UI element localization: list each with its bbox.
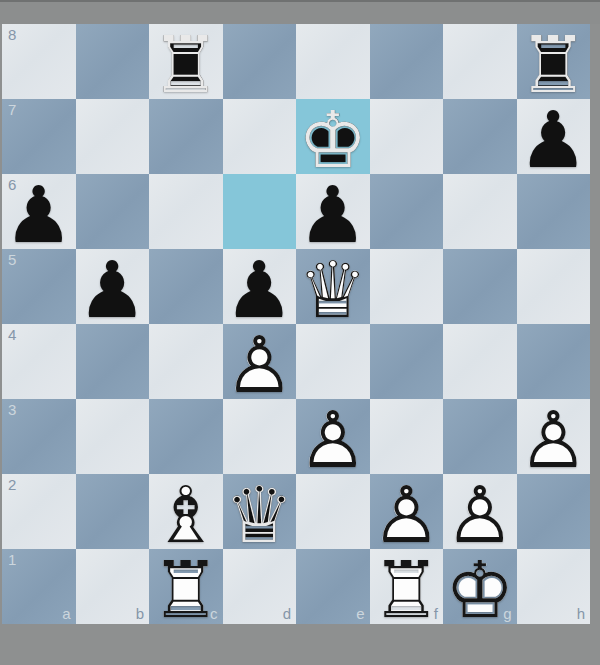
chess-board: 8♜♖♜♖7♚♔♟6♟♟5♟♟♛♕4♟♙3♟♙♟♙2♝♗♛♕♟♙♟♙1abc♜♖…	[2, 24, 590, 624]
white-king-glyph: ♚	[445, 551, 515, 629]
square-b8[interactable]	[76, 24, 150, 99]
white-pawn[interactable]: ♟♙	[370, 474, 444, 549]
square-h8[interactable]: ♜♖	[517, 24, 591, 99]
square-b1[interactable]: b	[76, 549, 150, 624]
white-pawn-detail-glyph: ♙	[445, 476, 515, 554]
black-pawn-glyph: ♟	[4, 176, 74, 254]
square-g6[interactable]	[443, 174, 517, 249]
black-rook-detail-glyph: ♖	[151, 26, 221, 104]
square-b3[interactable]	[76, 399, 150, 474]
square-a6[interactable]: 6♟	[2, 174, 76, 249]
black-king-glyph: ♚	[298, 101, 368, 179]
square-e3[interactable]: ♟♙	[296, 399, 370, 474]
white-rook-glyph: ♜	[371, 551, 441, 629]
square-d4[interactable]: ♟♙	[223, 324, 297, 399]
black-rook[interactable]: ♜♖	[517, 24, 591, 99]
square-f6[interactable]	[370, 174, 444, 249]
square-c8[interactable]: ♜♖	[149, 24, 223, 99]
square-g1[interactable]: g♚♔	[443, 549, 517, 624]
rank-label-3: 3	[8, 402, 16, 417]
square-h5[interactable]	[517, 249, 591, 324]
black-pawn[interactable]: ♟	[2, 174, 76, 249]
square-e4[interactable]	[296, 324, 370, 399]
square-h2[interactable]	[517, 474, 591, 549]
square-a2[interactable]: 2	[2, 474, 76, 549]
black-rook[interactable]: ♜♖	[149, 24, 223, 99]
black-rook-glyph: ♜	[518, 26, 588, 104]
rank-label-2: 2	[8, 477, 16, 492]
black-pawn-glyph: ♟	[77, 251, 147, 329]
rank-label-7: 7	[8, 102, 16, 117]
square-g8[interactable]	[443, 24, 517, 99]
black-pawn[interactable]: ♟	[223, 249, 297, 324]
square-h6[interactable]	[517, 174, 591, 249]
square-g2[interactable]: ♟♙	[443, 474, 517, 549]
square-f5[interactable]	[370, 249, 444, 324]
white-pawn[interactable]: ♟♙	[517, 399, 591, 474]
white-rook[interactable]: ♜♖	[370, 549, 444, 624]
square-e5[interactable]: ♛♕	[296, 249, 370, 324]
square-e2[interactable]	[296, 474, 370, 549]
square-g4[interactable]	[443, 324, 517, 399]
square-c1[interactable]: c♜♖	[149, 549, 223, 624]
file-label-h: h	[577, 606, 585, 621]
square-f7[interactable]	[370, 99, 444, 174]
rank-label-8: 8	[8, 27, 16, 42]
square-h1[interactable]: h	[517, 549, 591, 624]
black-queen-detail-glyph: ♕	[224, 476, 294, 554]
square-b2[interactable]	[76, 474, 150, 549]
square-d6[interactable]	[223, 174, 297, 249]
white-rook-detail-glyph: ♖	[151, 551, 221, 629]
black-pawn[interactable]: ♟	[517, 99, 591, 174]
square-a4[interactable]: 4	[2, 324, 76, 399]
square-f3[interactable]	[370, 399, 444, 474]
square-a3[interactable]: 3	[2, 399, 76, 474]
white-pawn[interactable]: ♟♙	[223, 324, 297, 399]
square-d3[interactable]	[223, 399, 297, 474]
rank-label-4: 4	[8, 327, 16, 342]
white-pawn-glyph: ♟	[298, 401, 368, 479]
white-bishop-detail-glyph: ♗	[151, 476, 221, 554]
white-rook[interactable]: ♜♖	[149, 549, 223, 624]
black-pawn[interactable]: ♟	[76, 249, 150, 324]
white-pawn-glyph: ♟	[224, 326, 294, 404]
square-h7[interactable]: ♟	[517, 99, 591, 174]
black-rook-detail-glyph: ♖	[518, 26, 588, 104]
file-label-e: e	[356, 606, 364, 621]
rank-label-5: 5	[8, 252, 16, 267]
square-b4[interactable]	[76, 324, 150, 399]
white-king-detail-glyph: ♔	[445, 551, 515, 629]
square-d8[interactable]	[223, 24, 297, 99]
white-queen-glyph: ♛	[298, 251, 368, 329]
rank-label-1: 1	[8, 552, 16, 567]
bottom-letterbox-bar	[0, 624, 600, 665]
white-queen-detail-glyph: ♕	[298, 251, 368, 329]
white-rook-glyph: ♜	[151, 551, 221, 629]
black-king[interactable]: ♚♔	[296, 99, 370, 174]
square-f2[interactable]: ♟♙	[370, 474, 444, 549]
square-c7[interactable]	[149, 99, 223, 174]
file-label-d: d	[283, 606, 291, 621]
white-pawn-glyph: ♟	[445, 476, 515, 554]
file-label-b: b	[136, 606, 144, 621]
black-pawn-glyph: ♟	[224, 251, 294, 329]
square-e7[interactable]: ♚♔	[296, 99, 370, 174]
black-pawn-glyph: ♟	[298, 176, 368, 254]
square-c5[interactable]	[149, 249, 223, 324]
square-c6[interactable]	[149, 174, 223, 249]
square-b6[interactable]	[76, 174, 150, 249]
white-pawn-glyph: ♟	[518, 401, 588, 479]
square-a1[interactable]: 1a	[2, 549, 76, 624]
white-king[interactable]: ♚♔	[443, 549, 517, 624]
white-bishop-glyph: ♝	[151, 476, 221, 554]
white-pawn-detail-glyph: ♙	[518, 401, 588, 479]
top-letterbox-bar	[0, 0, 600, 24]
square-b5[interactable]: ♟	[76, 249, 150, 324]
square-a7[interactable]: 7	[2, 99, 76, 174]
square-e8[interactable]	[296, 24, 370, 99]
square-d7[interactable]	[223, 99, 297, 174]
black-pawn-glyph: ♟	[518, 101, 588, 179]
white-pawn-glyph: ♟	[371, 476, 441, 554]
square-d2[interactable]: ♛♕	[223, 474, 297, 549]
square-a8[interactable]: 8	[2, 24, 76, 99]
file-label-a: a	[62, 606, 70, 621]
black-queen-glyph: ♛	[224, 476, 294, 554]
square-b7[interactable]	[76, 99, 150, 174]
white-pawn-detail-glyph: ♙	[298, 401, 368, 479]
square-f8[interactable]	[370, 24, 444, 99]
black-rook-glyph: ♜	[151, 26, 221, 104]
square-c3[interactable]	[149, 399, 223, 474]
square-h3[interactable]: ♟♙	[517, 399, 591, 474]
black-queen[interactable]: ♛♕	[223, 474, 297, 549]
square-f1[interactable]: f♜♖	[370, 549, 444, 624]
square-c2[interactable]: ♝♗	[149, 474, 223, 549]
square-c4[interactable]	[149, 324, 223, 399]
square-d1[interactable]: d	[223, 549, 297, 624]
square-g5[interactable]	[443, 249, 517, 324]
square-d5[interactable]: ♟	[223, 249, 297, 324]
black-king-detail-glyph: ♔	[298, 101, 368, 179]
square-e6[interactable]: ♟	[296, 174, 370, 249]
white-pawn-detail-glyph: ♙	[224, 326, 294, 404]
white-queen[interactable]: ♛♕	[296, 249, 370, 324]
square-a5[interactable]: 5	[2, 249, 76, 324]
white-pawn[interactable]: ♟♙	[296, 399, 370, 474]
white-bishop[interactable]: ♝♗	[149, 474, 223, 549]
white-pawn[interactable]: ♟♙	[443, 474, 517, 549]
white-rook-detail-glyph: ♖	[371, 551, 441, 629]
square-g7[interactable]	[443, 99, 517, 174]
square-f4[interactable]	[370, 324, 444, 399]
black-pawn[interactable]: ♟	[296, 174, 370, 249]
square-e1[interactable]: e	[296, 549, 370, 624]
square-g3[interactable]	[443, 399, 517, 474]
white-pawn-detail-glyph: ♙	[371, 476, 441, 554]
square-h4[interactable]	[517, 324, 591, 399]
